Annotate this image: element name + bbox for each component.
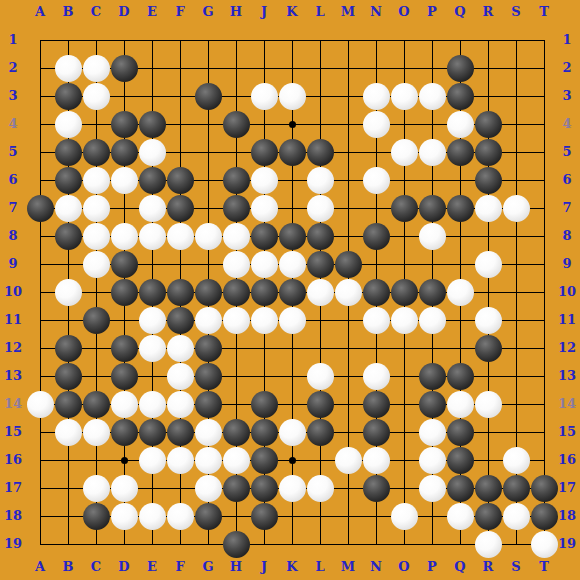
white-stone-M10 <box>335 279 362 306</box>
column-label-top-Q: Q <box>454 4 465 20</box>
row-label-left-11: 11 <box>4 312 22 328</box>
white-stone-F12 <box>167 335 194 362</box>
row-label-left-17: 17 <box>4 480 22 496</box>
white-stone-N4 <box>363 111 390 138</box>
row-label-left-9: 9 <box>8 256 17 272</box>
black-stone-L5 <box>307 139 334 166</box>
column-label-top-S: S <box>511 4 520 20</box>
white-stone-R11 <box>475 307 502 334</box>
white-stone-L17 <box>307 475 334 502</box>
black-stone-F15 <box>167 419 194 446</box>
black-stone-N8 <box>363 223 390 250</box>
grid-line-horizontal <box>40 544 545 545</box>
white-stone-O3 <box>391 83 418 110</box>
white-stone-N11 <box>363 307 390 334</box>
row-label-left-16: 16 <box>4 452 22 468</box>
black-stone-Q17 <box>447 475 474 502</box>
row-label-left-19: 19 <box>4 536 22 552</box>
column-label-bottom-Q: Q <box>454 559 465 575</box>
black-stone-P7 <box>419 195 446 222</box>
column-label-top-H: H <box>230 4 242 20</box>
row-label-left-7: 7 <box>8 200 17 216</box>
column-label-bottom-P: P <box>427 559 437 575</box>
column-label-top-L: L <box>315 4 324 20</box>
column-label-top-M: M <box>341 4 355 20</box>
black-stone-C5 <box>83 139 110 166</box>
star-point <box>289 457 296 464</box>
white-stone-C2 <box>83 55 110 82</box>
black-stone-D12 <box>111 335 138 362</box>
column-label-bottom-H: H <box>230 559 242 575</box>
white-stone-F8 <box>167 223 194 250</box>
black-stone-L15 <box>307 419 334 446</box>
column-label-top-C: C <box>91 4 101 20</box>
black-stone-B13 <box>55 363 82 390</box>
row-label-right-18: 18 <box>558 508 576 524</box>
column-label-top-O: O <box>398 4 409 20</box>
white-stone-P3 <box>419 83 446 110</box>
white-stone-D17 <box>111 475 138 502</box>
row-label-left-12: 12 <box>4 340 22 356</box>
white-stone-K11 <box>279 307 306 334</box>
white-stone-H9 <box>223 251 250 278</box>
row-label-left-4: 4 <box>8 116 17 132</box>
black-stone-L9 <box>307 251 334 278</box>
white-stone-E16 <box>139 447 166 474</box>
row-label-left-3: 3 <box>8 88 17 104</box>
white-stone-B10 <box>55 279 82 306</box>
black-stone-J17 <box>251 475 278 502</box>
white-stone-E7 <box>139 195 166 222</box>
white-stone-P8 <box>419 223 446 250</box>
column-label-top-T: T <box>539 4 549 20</box>
white-stone-N13 <box>363 363 390 390</box>
white-stone-N3 <box>363 83 390 110</box>
black-stone-D10 <box>111 279 138 306</box>
black-stone-D13 <box>111 363 138 390</box>
black-stone-F6 <box>167 167 194 194</box>
white-stone-F13 <box>167 363 194 390</box>
white-stone-C8 <box>83 223 110 250</box>
black-stone-Q16 <box>447 447 474 474</box>
column-label-bottom-S: S <box>511 559 520 575</box>
column-label-bottom-A: A <box>35 559 45 575</box>
black-stone-R17 <box>475 475 502 502</box>
black-stone-R5 <box>475 139 502 166</box>
white-stone-B7 <box>55 195 82 222</box>
white-stone-G15 <box>195 419 222 446</box>
black-stone-H15 <box>223 419 250 446</box>
white-stone-O11 <box>391 307 418 334</box>
column-label-top-A: A <box>35 4 45 20</box>
row-label-right-3: 3 <box>562 88 571 104</box>
white-stone-Q14 <box>447 391 474 418</box>
black-stone-B6 <box>55 167 82 194</box>
column-label-top-R: R <box>483 4 494 20</box>
row-label-left-13: 13 <box>4 368 22 384</box>
black-stone-J15 <box>251 419 278 446</box>
column-label-top-E: E <box>147 4 157 20</box>
row-label-right-17: 17 <box>558 480 576 496</box>
black-stone-H6 <box>223 167 250 194</box>
row-label-right-4: 4 <box>562 116 571 132</box>
black-stone-O7 <box>391 195 418 222</box>
black-stone-T17 <box>531 475 558 502</box>
white-stone-A14 <box>27 391 54 418</box>
row-label-left-18: 18 <box>4 508 22 524</box>
row-label-right-5: 5 <box>562 144 571 160</box>
white-stone-Q4 <box>447 111 474 138</box>
column-label-bottom-M: M <box>341 559 355 575</box>
black-stone-B12 <box>55 335 82 362</box>
black-stone-C18 <box>83 503 110 530</box>
white-stone-G17 <box>195 475 222 502</box>
black-stone-H7 <box>223 195 250 222</box>
star-point <box>121 457 128 464</box>
white-stone-K3 <box>279 83 306 110</box>
column-label-top-K: K <box>286 4 297 20</box>
white-stone-P15 <box>419 419 446 446</box>
black-stone-N15 <box>363 419 390 446</box>
white-stone-D6 <box>111 167 138 194</box>
white-stone-K17 <box>279 475 306 502</box>
white-stone-B2 <box>55 55 82 82</box>
column-label-top-G: G <box>202 4 213 20</box>
white-stone-C6 <box>83 167 110 194</box>
black-stone-B8 <box>55 223 82 250</box>
white-stone-L7 <box>307 195 334 222</box>
white-stone-L13 <box>307 363 334 390</box>
black-stone-Q3 <box>447 83 474 110</box>
black-stone-R18 <box>475 503 502 530</box>
black-stone-G13 <box>195 363 222 390</box>
white-stone-O5 <box>391 139 418 166</box>
go-app-window: AABBCCDDEEFFGGHHJJKKLLMMNNOOPPQQRRSSTT11… <box>0 0 580 580</box>
column-label-bottom-G: G <box>202 559 213 575</box>
black-stone-D15 <box>111 419 138 446</box>
row-label-right-11: 11 <box>558 312 576 328</box>
black-stone-Q7 <box>447 195 474 222</box>
black-stone-H19 <box>223 531 250 558</box>
column-label-top-D: D <box>118 4 129 20</box>
black-stone-D4 <box>111 111 138 138</box>
white-stone-J6 <box>251 167 278 194</box>
row-label-left-10: 10 <box>4 284 22 300</box>
row-label-right-8: 8 <box>562 228 571 244</box>
column-label-top-F: F <box>175 4 184 20</box>
row-label-right-9: 9 <box>562 256 571 272</box>
star-point <box>289 121 296 128</box>
black-stone-C14 <box>83 391 110 418</box>
white-stone-E14 <box>139 391 166 418</box>
column-label-top-P: P <box>427 4 437 20</box>
row-label-right-15: 15 <box>558 424 576 440</box>
white-stone-F14 <box>167 391 194 418</box>
white-stone-S16 <box>503 447 530 474</box>
black-stone-Q15 <box>447 419 474 446</box>
black-stone-P10 <box>419 279 446 306</box>
row-label-right-10: 10 <box>558 284 576 300</box>
white-stone-C17 <box>83 475 110 502</box>
white-stone-K15 <box>279 419 306 446</box>
black-stone-J14 <box>251 391 278 418</box>
black-stone-G10 <box>195 279 222 306</box>
white-stone-J9 <box>251 251 278 278</box>
row-label-right-7: 7 <box>562 200 571 216</box>
black-stone-A7 <box>27 195 54 222</box>
row-label-left-1: 1 <box>8 32 17 48</box>
row-label-right-12: 12 <box>558 340 576 356</box>
white-stone-S7 <box>503 195 530 222</box>
black-stone-R4 <box>475 111 502 138</box>
black-stone-J8 <box>251 223 278 250</box>
row-label-right-16: 16 <box>558 452 576 468</box>
white-stone-G16 <box>195 447 222 474</box>
black-stone-H10 <box>223 279 250 306</box>
column-label-bottom-F: F <box>175 559 184 575</box>
black-stone-N14 <box>363 391 390 418</box>
white-stone-R9 <box>475 251 502 278</box>
white-stone-D14 <box>111 391 138 418</box>
white-stone-C3 <box>83 83 110 110</box>
white-stone-G11 <box>195 307 222 334</box>
white-stone-R14 <box>475 391 502 418</box>
black-stone-L8 <box>307 223 334 250</box>
column-label-top-N: N <box>370 4 382 20</box>
white-stone-C15 <box>83 419 110 446</box>
row-label-right-19: 19 <box>558 536 576 552</box>
white-stone-E5 <box>139 139 166 166</box>
white-stone-F16 <box>167 447 194 474</box>
black-stone-F10 <box>167 279 194 306</box>
go-board[interactable]: AABBCCDDEEFFGGHHJJKKLLMMNNOOPPQQRRSSTT11… <box>0 0 580 580</box>
white-stone-E8 <box>139 223 166 250</box>
white-stone-R7 <box>475 195 502 222</box>
white-stone-P16 <box>419 447 446 474</box>
row-label-left-14: 14 <box>4 396 22 412</box>
white-stone-D8 <box>111 223 138 250</box>
black-stone-R12 <box>475 335 502 362</box>
black-stone-K8 <box>279 223 306 250</box>
column-label-bottom-T: T <box>539 559 549 575</box>
white-stone-K9 <box>279 251 306 278</box>
black-stone-D9 <box>111 251 138 278</box>
black-stone-D2 <box>111 55 138 82</box>
white-stone-R19 <box>475 531 502 558</box>
column-label-bottom-J: J <box>261 559 267 575</box>
black-stone-E15 <box>139 419 166 446</box>
black-stone-J18 <box>251 503 278 530</box>
column-label-bottom-B: B <box>63 559 74 575</box>
black-stone-K10 <box>279 279 306 306</box>
black-stone-Q2 <box>447 55 474 82</box>
black-stone-F11 <box>167 307 194 334</box>
row-label-left-2: 2 <box>8 60 17 76</box>
white-stone-J11 <box>251 307 278 334</box>
white-stone-M16 <box>335 447 362 474</box>
white-stone-F18 <box>167 503 194 530</box>
black-stone-Q5 <box>447 139 474 166</box>
white-stone-N6 <box>363 167 390 194</box>
grid-line-vertical <box>544 40 545 545</box>
white-stone-O18 <box>391 503 418 530</box>
black-stone-G12 <box>195 335 222 362</box>
white-stone-H8 <box>223 223 250 250</box>
row-label-left-5: 5 <box>8 144 17 160</box>
white-stone-J7 <box>251 195 278 222</box>
black-stone-E10 <box>139 279 166 306</box>
black-stone-D5 <box>111 139 138 166</box>
black-stone-J16 <box>251 447 278 474</box>
black-stone-R6 <box>475 167 502 194</box>
black-stone-F7 <box>167 195 194 222</box>
black-stone-Q13 <box>447 363 474 390</box>
black-stone-O10 <box>391 279 418 306</box>
white-stone-H11 <box>223 307 250 334</box>
white-stone-E11 <box>139 307 166 334</box>
column-label-bottom-O: O <box>398 559 409 575</box>
row-label-left-6: 6 <box>8 172 17 188</box>
column-label-top-B: B <box>63 4 74 20</box>
column-label-bottom-E: E <box>147 559 157 575</box>
column-label-bottom-D: D <box>118 559 129 575</box>
white-stone-L6 <box>307 167 334 194</box>
white-stone-P17 <box>419 475 446 502</box>
black-stone-E6 <box>139 167 166 194</box>
white-stone-P11 <box>419 307 446 334</box>
row-label-left-8: 8 <box>8 228 17 244</box>
white-stone-J3 <box>251 83 278 110</box>
black-stone-E4 <box>139 111 166 138</box>
column-label-top-J: J <box>261 4 267 20</box>
white-stone-C9 <box>83 251 110 278</box>
black-stone-G3 <box>195 83 222 110</box>
column-label-bottom-L: L <box>315 559 324 575</box>
black-stone-L14 <box>307 391 334 418</box>
black-stone-G18 <box>195 503 222 530</box>
white-stone-D18 <box>111 503 138 530</box>
black-stone-G14 <box>195 391 222 418</box>
black-stone-B5 <box>55 139 82 166</box>
black-stone-S17 <box>503 475 530 502</box>
black-stone-P13 <box>419 363 446 390</box>
black-stone-H4 <box>223 111 250 138</box>
black-stone-B3 <box>55 83 82 110</box>
white-stone-N16 <box>363 447 390 474</box>
black-stone-B14 <box>55 391 82 418</box>
white-stone-E18 <box>139 503 166 530</box>
row-label-right-6: 6 <box>562 172 571 188</box>
row-label-right-2: 2 <box>562 60 571 76</box>
white-stone-Q18 <box>447 503 474 530</box>
white-stone-H16 <box>223 447 250 474</box>
black-stone-C11 <box>83 307 110 334</box>
black-stone-T18 <box>531 503 558 530</box>
black-stone-J5 <box>251 139 278 166</box>
row-label-right-13: 13 <box>558 368 576 384</box>
white-stone-P5 <box>419 139 446 166</box>
white-stone-B15 <box>55 419 82 446</box>
black-stone-K5 <box>279 139 306 166</box>
black-stone-H17 <box>223 475 250 502</box>
black-stone-M9 <box>335 251 362 278</box>
white-stone-G8 <box>195 223 222 250</box>
black-stone-N17 <box>363 475 390 502</box>
black-stone-N10 <box>363 279 390 306</box>
white-stone-T19 <box>531 531 558 558</box>
black-stone-P14 <box>419 391 446 418</box>
white-stone-C7 <box>83 195 110 222</box>
row-label-right-14: 14 <box>558 396 576 412</box>
column-label-bottom-K: K <box>286 559 297 575</box>
black-stone-J10 <box>251 279 278 306</box>
row-label-right-1: 1 <box>562 32 571 48</box>
column-label-bottom-C: C <box>91 559 101 575</box>
column-label-bottom-N: N <box>370 559 382 575</box>
white-stone-S18 <box>503 503 530 530</box>
white-stone-L10 <box>307 279 334 306</box>
row-label-left-15: 15 <box>4 424 22 440</box>
white-stone-Q10 <box>447 279 474 306</box>
white-stone-B4 <box>55 111 82 138</box>
column-label-bottom-R: R <box>483 559 494 575</box>
white-stone-E12 <box>139 335 166 362</box>
